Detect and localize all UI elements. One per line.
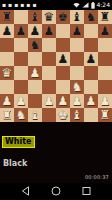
piece-black-rook: ♜ [2,10,13,24]
square-b3[interactable] [14,80,28,94]
square-b4[interactable] [14,66,28,80]
square-d3[interactable] [42,80,56,94]
notification-icon: ▪ [20,0,24,10]
piece-white-queen: ♛ [2,66,13,80]
piece-white-pawn: ♟ [44,94,55,108]
notification-area: ▪▪▪▪▪▪ [2,0,36,10]
game-clock: 00:00:37 [85,174,109,180]
square-d5[interactable] [42,52,56,66]
piece-black-knight: ♞ [86,10,97,24]
square-a3[interactable] [0,80,14,94]
square-c3[interactable] [28,80,42,94]
piece-white-bishop: ♝ [30,108,41,122]
square-f6[interactable] [70,38,84,52]
piece-white-pawn: ♟ [100,94,111,108]
square-g7[interactable] [84,24,98,38]
square-a5[interactable] [0,52,14,66]
piece-white-pawn: ♟ [16,94,27,108]
square-d7[interactable]: ♟ [42,24,56,38]
chess-board[interactable]: ♜♝♛♚♝♞♜♟♟♟♟♟♟♞♟♟♛♟♞♟♟♟♟♟♟♟♜♞♝♚♝♜ [0,10,112,122]
square-a8[interactable]: ♜ [0,10,14,24]
player-black-indicator[interactable]: Black [3,159,27,169]
player-white-indicator[interactable]: White [2,136,35,148]
square-e5[interactable]: ♟ [56,52,70,66]
square-f8[interactable]: ♝ [70,10,84,24]
piece-black-queen: ♛ [44,10,55,24]
square-e8[interactable]: ♚ [56,10,70,24]
square-h6[interactable] [98,38,112,52]
piece-black-pawn: ♟ [30,24,41,38]
square-b7[interactable]: ♟ [14,24,28,38]
square-d6[interactable] [42,38,56,52]
piece-black-king: ♚ [58,10,69,24]
piece-black-pawn: ♟ [58,52,69,66]
square-d4[interactable] [42,66,56,80]
piece-black-pawn: ♟ [72,24,83,38]
square-a4[interactable]: ♛ [0,66,14,80]
piece-white-bishop: ♝ [72,108,83,122]
square-a6[interactable] [0,38,14,52]
square-b2[interactable]: ♟ [14,94,28,108]
square-h7[interactable]: ♟ [98,24,112,38]
square-f2[interactable]: ♟ [70,94,84,108]
square-c2[interactable] [28,94,42,108]
square-g2[interactable]: ♟ [84,94,98,108]
square-h3[interactable] [98,80,112,94]
square-c7[interactable]: ♟ [28,24,42,38]
square-g4[interactable] [84,66,98,80]
square-g5[interactable]: ♟ [84,52,98,66]
square-h5[interactable] [98,52,112,66]
piece-black-pawn: ♟ [2,24,13,38]
square-e7[interactable] [56,24,70,38]
android-navbar [0,183,112,199]
square-b5[interactable] [14,52,28,66]
piece-black-rook: ♜ [100,10,111,24]
status-clock: 4:24 [97,0,110,10]
square-d8[interactable]: ♛ [42,10,56,24]
notification-icon: ▪ [14,0,18,10]
piece-black-pawn: ♟ [16,24,27,38]
square-a7[interactable]: ♟ [0,24,14,38]
square-d1[interactable] [42,108,56,122]
notification-icon: ▪ [2,0,6,10]
square-f1[interactable]: ♝ [70,108,84,122]
square-f4[interactable] [70,66,84,80]
square-f7[interactable]: ♟ [70,24,84,38]
system-status-area: 4:24 [73,0,110,10]
phone-screen: ▪▪▪▪▪▪ 4:24 ♜♝♛♚♝♞♜♟♟♟♟♟♟♞♟♟♛♟♞♟♟♟♟♟♟♟♜♞… [0,0,112,200]
notification-icon: ▪ [8,0,12,10]
square-e1[interactable]: ♚ [56,108,70,122]
square-e6[interactable] [56,38,70,52]
square-h8[interactable]: ♜ [98,10,112,24]
square-b8[interactable] [14,10,28,24]
square-e2[interactable]: ♟ [56,94,70,108]
piece-white-pawn: ♟ [72,94,83,108]
piece-black-knight: ♞ [30,38,41,52]
square-c4[interactable]: ♟ [28,66,42,80]
piece-black-pawn: ♟ [100,24,111,38]
square-c5[interactable] [28,52,42,66]
piece-white-king: ♚ [58,108,69,122]
square-h4[interactable] [98,66,112,80]
piece-white-rook: ♜ [2,108,13,122]
back-icon[interactable] [21,186,30,196]
game-panel: White Black 00:00:37 [0,122,112,200]
piece-black-bishop: ♝ [72,10,83,24]
piece-white-knight: ♞ [16,108,27,122]
square-g1[interactable] [84,108,98,122]
square-b6[interactable] [14,38,28,52]
piece-white-pawn: ♟ [30,66,41,80]
square-a1[interactable]: ♜ [0,108,14,122]
square-a2[interactable]: ♟ [0,94,14,108]
piece-white-knight: ♞ [72,80,83,94]
square-c6[interactable]: ♞ [28,38,42,52]
piece-white-pawn: ♟ [58,94,69,108]
square-g8[interactable]: ♞ [84,10,98,24]
piece-black-bishop: ♝ [30,10,41,24]
piece-black-pawn: ♟ [86,52,97,66]
square-c1[interactable]: ♝ [28,108,42,122]
signal-icon [82,2,89,8]
square-c8[interactable]: ♝ [28,10,42,24]
recents-icon[interactable] [82,186,91,196]
piece-black-pawn: ♟ [44,24,55,38]
square-e3[interactable] [56,80,70,94]
square-d2[interactable]: ♟ [42,94,56,108]
square-g6[interactable] [84,38,98,52]
status-bar: ▪▪▪▪▪▪ 4:24 [0,0,112,10]
square-g3[interactable] [84,80,98,94]
square-h2[interactable]: ♟ [98,94,112,108]
square-f5[interactable] [70,52,84,66]
square-f3[interactable]: ♞ [70,80,84,94]
square-b1[interactable]: ♞ [14,108,28,122]
battery-icon [91,2,95,9]
home-icon[interactable] [51,186,61,196]
notification-icon: ▪ [32,0,36,10]
wifi-icon [73,2,80,8]
notification-icon: ▪ [26,0,30,10]
piece-white-rook: ♜ [100,108,111,122]
piece-white-pawn: ♟ [2,94,13,108]
square-e4[interactable] [56,66,70,80]
piece-white-pawn: ♟ [86,94,97,108]
square-h1[interactable]: ♜ [98,108,112,122]
